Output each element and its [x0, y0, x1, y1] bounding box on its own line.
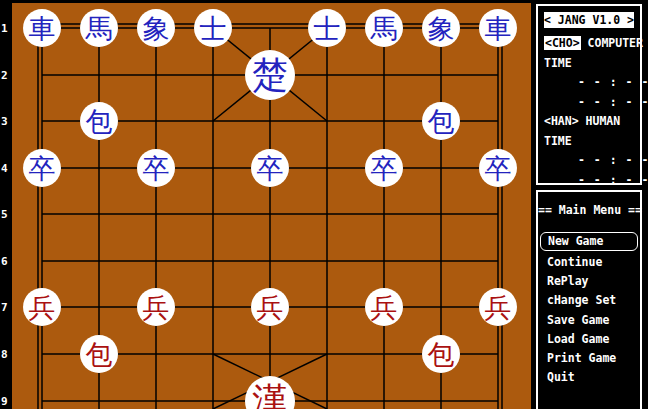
- piece-cho-guard-d1[interactable]: 士: [194, 9, 232, 47]
- piece-cho-guard-f1[interactable]: 士: [308, 9, 346, 47]
- cho-player-line: <CHO> COMPUTER: [544, 34, 634, 54]
- menu-item-print-game[interactable]: Print Game: [538, 349, 640, 368]
- main-menu-panel: == Main Menu == New GameContinueRePlaycH…: [536, 190, 642, 409]
- piece-han-cannon-b8[interactable]: 包: [80, 335, 118, 373]
- rank-label-strip: 123456789: [0, 0, 12, 409]
- piece-cho-chariot-i1[interactable]: 車: [479, 9, 517, 47]
- cho-time-value: - - : - -: [544, 73, 634, 93]
- rank-label-5: 5: [1, 209, 8, 220]
- piece-cho-cannon-h3[interactable]: 包: [422, 102, 460, 140]
- rank-label-7: 7: [1, 302, 8, 313]
- janggi-board[interactable]: 車馬象士士馬象車楚包包卒卒卒卒卒兵兵兵兵兵包包漢: [12, 3, 531, 409]
- piece-cho-horse-b1[interactable]: 馬: [80, 9, 118, 47]
- menu-item-load-game[interactable]: Load Game: [538, 330, 640, 349]
- menu-item-replay[interactable]: RePlay: [538, 272, 640, 291]
- piece-cho-soldier-c4[interactable]: 卒: [137, 149, 175, 187]
- han-tag: <HAN>: [544, 114, 579, 128]
- main-menu-items: New GameContinueRePlaycHange SetSave Gam…: [538, 232, 640, 387]
- piece-han-soldier-g7[interactable]: 兵: [365, 288, 403, 326]
- menu-item-continue[interactable]: Continue: [538, 253, 640, 272]
- han-player-line: <HAN> HUMAN: [544, 112, 634, 132]
- piece-cho-elephant-h1[interactable]: 象: [422, 9, 460, 47]
- piece-han-soldier-i7[interactable]: 兵: [479, 288, 517, 326]
- han-time-label: TIME: [544, 132, 634, 152]
- piece-han-soldier-e7[interactable]: 兵: [251, 288, 289, 326]
- rank-label-4: 4: [1, 163, 8, 174]
- app-title: < JANG V1.0 >: [544, 12, 634, 28]
- rank-label-9: 9: [1, 396, 8, 407]
- menu-item-quit[interactable]: Quit: [538, 368, 640, 387]
- han-time-value: - - : - -: [544, 171, 634, 191]
- piece-han-soldier-a7[interactable]: 兵: [23, 288, 61, 326]
- cho-tag: <CHO>: [544, 36, 581, 50]
- sidebar: < JANG V1.0 > <CHO> COMPUTER TIME - - : …: [531, 0, 648, 409]
- menu-item-save-game[interactable]: Save Game: [538, 311, 640, 330]
- piece-cho-soldier-e4[interactable]: 卒: [251, 149, 289, 187]
- cho-time-label: TIME: [544, 54, 634, 74]
- piece-cho-general-e2[interactable]: 楚: [245, 50, 295, 100]
- status-panel: < JANG V1.0 > <CHO> COMPUTER TIME - - : …: [536, 4, 642, 185]
- rank-label-3: 3: [1, 116, 8, 127]
- rank-label-2: 2: [1, 70, 8, 81]
- piece-cho-cannon-b3[interactable]: 包: [80, 102, 118, 140]
- piece-cho-soldier-a4[interactable]: 卒: [23, 149, 61, 187]
- cho-role: COMPUTER: [588, 36, 643, 50]
- main-menu-header: == Main Menu ==: [538, 202, 640, 218]
- menu-item-new-game[interactable]: New Game: [540, 232, 638, 251]
- app-window: 123456789: [0, 0, 648, 409]
- rank-label-6: 6: [1, 256, 8, 267]
- menu-item-change-set[interactable]: cHange Set: [538, 291, 640, 310]
- piece-han-general-e9[interactable]: 漢: [245, 376, 295, 409]
- cho-time-value: - - : - -: [544, 93, 634, 113]
- rank-label-1: 1: [1, 23, 8, 34]
- piece-han-cannon-h8[interactable]: 包: [422, 335, 460, 373]
- han-role: HUMAN: [586, 114, 621, 128]
- piece-cho-elephant-c1[interactable]: 象: [137, 9, 175, 47]
- piece-cho-horse-g1[interactable]: 馬: [365, 9, 403, 47]
- piece-han-soldier-c7[interactable]: 兵: [137, 288, 175, 326]
- piece-cho-soldier-g4[interactable]: 卒: [365, 149, 403, 187]
- han-time-value: - - : - -: [544, 151, 634, 171]
- piece-cho-soldier-i4[interactable]: 卒: [479, 149, 517, 187]
- piece-cho-chariot-a1[interactable]: 車: [23, 9, 61, 47]
- rank-label-8: 8: [1, 349, 8, 360]
